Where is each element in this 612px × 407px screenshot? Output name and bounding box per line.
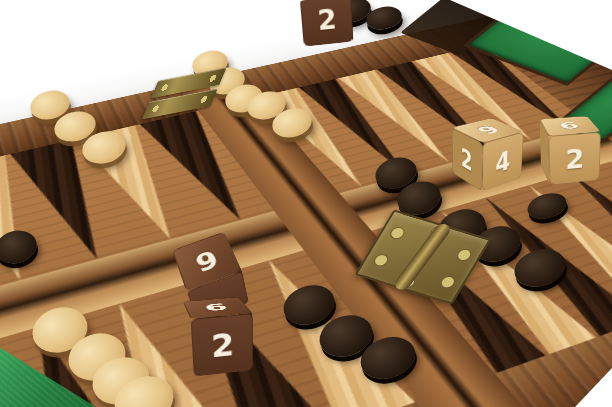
hinge-barrel	[392, 222, 453, 292]
backgammon-photo-scene: 5 2 6 6 2 6 4 2 6 2	[0, 0, 612, 407]
die-light-pair-left[interactable]: 6 4 2	[466, 124, 506, 182]
die-front-face: 2	[548, 132, 600, 185]
die-light-pair-right[interactable]: 6 2	[544, 123, 594, 174]
die-single-brown[interactable]: 5 2	[298, 0, 349, 39]
die-front-face: 2	[300, 0, 354, 47]
die-front-face: 2	[191, 313, 253, 377]
die-brown-pair-upper[interactable]: 6	[179, 251, 240, 301]
die-brown-pair-lower[interactable]: 6 2	[187, 305, 246, 365]
